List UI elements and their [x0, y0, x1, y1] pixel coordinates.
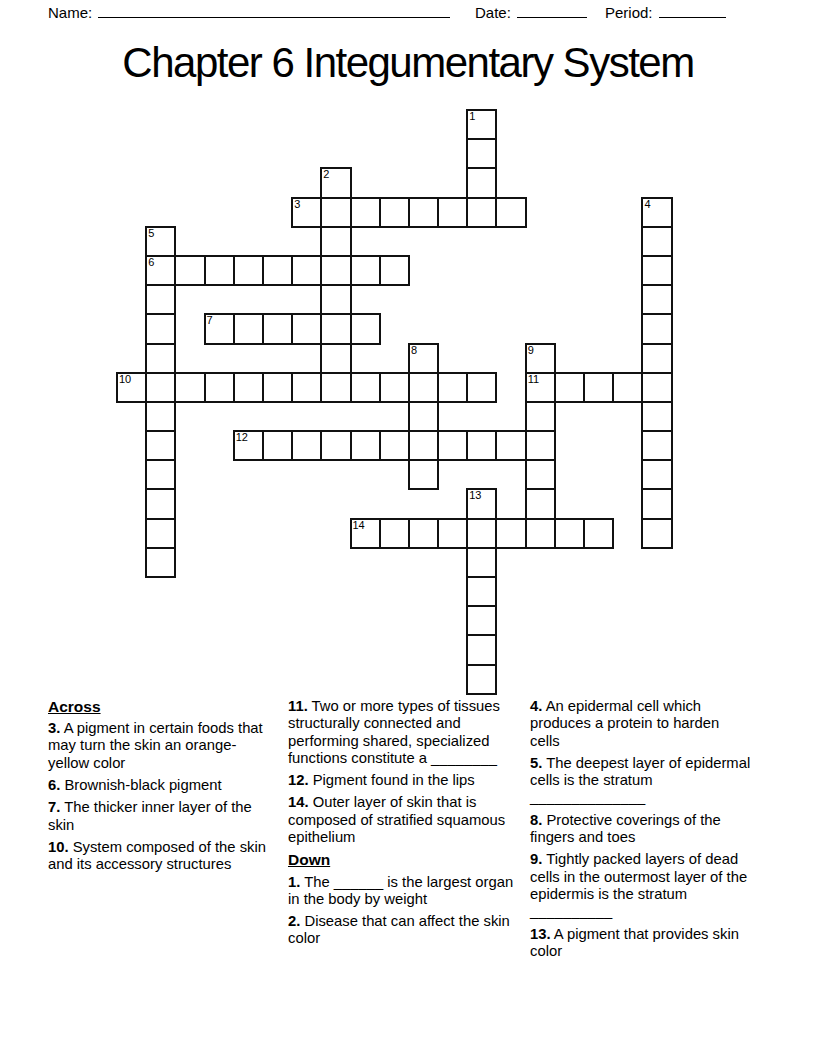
grid-blocked-cell [117, 227, 146, 256]
grid-blocked-cell [584, 344, 613, 373]
clue-number-label: 13. [530, 926, 551, 942]
grid-blocked-cell [205, 227, 234, 256]
grid-blocked-cell [380, 110, 409, 139]
grid-blocked-cell [292, 227, 321, 256]
grid-blocked-cell [205, 198, 234, 227]
grid-blocked-cell [263, 402, 292, 431]
grid-cell[interactable] [321, 344, 350, 373]
grid-cell[interactable] [321, 373, 350, 402]
grid-cell[interactable] [526, 519, 555, 548]
grid-blocked-cell [584, 665, 613, 694]
grid-blocked-cell [205, 139, 234, 168]
grid-blocked-cell [467, 402, 496, 431]
grid-blocked-cell [234, 548, 263, 577]
clue-number-label: 14. [288, 794, 309, 810]
grid-cell[interactable] [351, 256, 380, 285]
clue-down-2: 2. Disease that can affect the skin colo… [288, 913, 515, 948]
grid-cell[interactable] [351, 314, 380, 343]
clue-number-label: 10. [48, 839, 69, 855]
grid-blocked-cell [438, 665, 467, 694]
grid-blocked-cell [409, 665, 438, 694]
grid-blocked-cell [438, 344, 467, 373]
clue-number: 10 [119, 373, 131, 385]
grid-blocked-cell [438, 635, 467, 664]
grid-blocked-cell [526, 139, 555, 168]
clue-number-label: 5. [530, 755, 542, 771]
grid-blocked-cell [263, 577, 292, 606]
grid-cell[interactable]: 9 [526, 344, 555, 373]
grid-cell[interactable]: 7 [205, 314, 234, 343]
grid-blocked-cell [555, 431, 584, 460]
grid-blocked-cell [321, 635, 350, 664]
grid-blocked-cell [526, 168, 555, 197]
grid-blocked-cell [584, 635, 613, 664]
grid-blocked-cell [234, 489, 263, 518]
grid-blocked-cell [175, 548, 204, 577]
grid-blocked-cell [438, 489, 467, 518]
grid-blocked-cell [205, 431, 234, 460]
grid-blocked-cell [526, 285, 555, 314]
grid-cell[interactable] [555, 373, 584, 402]
grid-cell[interactable] [642, 519, 671, 548]
grid-blocked-cell [496, 373, 525, 402]
grid-blocked-cell [292, 110, 321, 139]
grid-cell[interactable] [496, 519, 525, 548]
grid-cell[interactable] [438, 198, 467, 227]
grid-cell[interactable] [409, 519, 438, 548]
clue-number: 14 [353, 519, 365, 531]
grid-cell[interactable]: 14 [351, 519, 380, 548]
grid-cell[interactable] [292, 373, 321, 402]
grid-blocked-cell [380, 577, 409, 606]
grid-blocked-cell [175, 198, 204, 227]
grid-blocked-cell [292, 519, 321, 548]
grid-blocked-cell [321, 489, 350, 518]
grid-blocked-cell [496, 314, 525, 343]
grid-cell[interactable] [321, 285, 350, 314]
grid-cell[interactable] [380, 373, 409, 402]
grid-blocked-cell [409, 139, 438, 168]
grid-blocked-cell [351, 227, 380, 256]
grid-cell[interactable] [321, 198, 350, 227]
grid-blocked-cell [496, 344, 525, 373]
grid-cell[interactable] [234, 256, 263, 285]
grid-cell[interactable] [642, 431, 671, 460]
grid-cell[interactable] [146, 402, 175, 431]
clue-number-label: 1. [288, 874, 300, 890]
grid-blocked-cell [205, 519, 234, 548]
grid-blocked-cell [584, 139, 613, 168]
grid-blocked-cell [263, 285, 292, 314]
grid-blocked-cell [234, 139, 263, 168]
grid-cell[interactable] [613, 373, 642, 402]
grid-blocked-cell [613, 635, 642, 664]
grid-cell[interactable] [642, 402, 671, 431]
grid-cell[interactable] [642, 489, 671, 518]
grid-blocked-cell [555, 402, 584, 431]
grid-blocked-cell [205, 577, 234, 606]
grid-blocked-cell [292, 168, 321, 197]
grid-cell[interactable] [146, 519, 175, 548]
grid-blocked-cell [263, 110, 292, 139]
clue-down-1: 1. The ______ is the largest organ in th… [288, 874, 515, 909]
grid-cell[interactable] [467, 577, 496, 606]
grid-blocked-cell [526, 314, 555, 343]
grid-blocked-cell [321, 577, 350, 606]
grid-blocked-cell [351, 139, 380, 168]
clue-number: 1 [469, 110, 475, 122]
grid-blocked-cell [613, 548, 642, 577]
grid-cell[interactable] [175, 256, 204, 285]
grid-blocked-cell [555, 227, 584, 256]
grid-cell[interactable] [496, 198, 525, 227]
clue-number: 12 [236, 431, 248, 443]
grid-blocked-cell [613, 139, 642, 168]
grid-blocked-cell [526, 256, 555, 285]
grid-blocked-cell [555, 314, 584, 343]
grid-blocked-cell [146, 110, 175, 139]
grid-blocked-cell [642, 606, 671, 635]
grid-cell[interactable]: 10 [117, 373, 146, 402]
grid-blocked-cell [526, 665, 555, 694]
grid-cell[interactable]: 3 [292, 198, 321, 227]
grid-blocked-cell [321, 665, 350, 694]
grid-cell[interactable] [351, 373, 380, 402]
clue-section-header-down: Down [288, 851, 515, 869]
clue-number-label: 2. [288, 913, 300, 929]
grid-blocked-cell [613, 665, 642, 694]
grid-cell[interactable] [351, 198, 380, 227]
grid-cell[interactable] [467, 519, 496, 548]
grid-blocked-cell [380, 285, 409, 314]
grid-cell[interactable]: 2 [321, 168, 350, 197]
grid-cell[interactable]: 4 [642, 198, 671, 227]
grid-blocked-cell [555, 665, 584, 694]
grid-cell[interactable] [380, 431, 409, 460]
grid-blocked-cell [642, 139, 671, 168]
grid-cell[interactable] [584, 373, 613, 402]
grid-cell[interactable] [526, 431, 555, 460]
grid-blocked-cell [526, 606, 555, 635]
grid-blocked-cell [351, 489, 380, 518]
grid-blocked-cell [351, 402, 380, 431]
grid-blocked-cell [175, 460, 204, 489]
grid-blocked-cell [263, 519, 292, 548]
grid-blocked-cell [613, 577, 642, 606]
clue-number: 9 [528, 344, 534, 356]
grid-cell[interactable] [642, 256, 671, 285]
grid-blocked-cell [146, 168, 175, 197]
grid-blocked-cell [467, 314, 496, 343]
grid-cell[interactable]: 8 [409, 344, 438, 373]
grid-blocked-cell [496, 227, 525, 256]
grid-cell[interactable] [263, 256, 292, 285]
grid-cell[interactable] [146, 344, 175, 373]
grid-blocked-cell [380, 227, 409, 256]
clue-number-label: 3. [48, 720, 60, 736]
grid-cell[interactable] [351, 431, 380, 460]
grid-cell[interactable] [263, 431, 292, 460]
grid-cell[interactable] [555, 519, 584, 548]
grid-blocked-cell [642, 548, 671, 577]
grid-blocked-cell [175, 314, 204, 343]
grid-cell[interactable] [409, 198, 438, 227]
grid-cell[interactable]: 11 [526, 373, 555, 402]
grid-blocked-cell [234, 577, 263, 606]
grid-blocked-cell [205, 168, 234, 197]
grid-blocked-cell [584, 460, 613, 489]
clue-across-10: 10. System composed of the skin and its … [48, 839, 273, 874]
grid-cell[interactable] [467, 606, 496, 635]
grid-blocked-cell [613, 168, 642, 197]
grid-cell[interactable] [467, 198, 496, 227]
grid-blocked-cell [438, 168, 467, 197]
grid-blocked-cell [380, 665, 409, 694]
clue-across-14: 14. Outer layer of skin that is composed… [288, 794, 515, 846]
grid-blocked-cell [380, 168, 409, 197]
grid-blocked-cell [555, 344, 584, 373]
clue-number: 2 [323, 168, 329, 180]
grid-cell[interactable] [642, 227, 671, 256]
grid-blocked-cell [438, 548, 467, 577]
grid-blocked-cell [205, 635, 234, 664]
grid-blocked-cell [584, 227, 613, 256]
grid-blocked-cell [467, 256, 496, 285]
grid-cell[interactable] [292, 314, 321, 343]
grid-blocked-cell [263, 606, 292, 635]
grid-blocked-cell [321, 460, 350, 489]
grid-blocked-cell [496, 606, 525, 635]
grid-blocked-cell [175, 344, 204, 373]
grid-blocked-cell [292, 139, 321, 168]
grid-cell[interactable] [321, 256, 350, 285]
grid-cell[interactable] [438, 519, 467, 548]
clue-across-11: 11. Two or more types of tissues structu… [288, 698, 515, 767]
grid-cell[interactable] [438, 373, 467, 402]
grid-blocked-cell [613, 402, 642, 431]
grid-cell[interactable] [146, 489, 175, 518]
grid-blocked-cell [205, 285, 234, 314]
grid-blocked-cell [292, 402, 321, 431]
grid-cell[interactable] [467, 665, 496, 694]
grid-cell[interactable] [380, 256, 409, 285]
grid-blocked-cell [526, 635, 555, 664]
grid-blocked-cell [584, 198, 613, 227]
grid-blocked-cell [146, 635, 175, 664]
grid-blocked-cell [409, 314, 438, 343]
clue-number: 5 [148, 227, 154, 239]
grid-blocked-cell [117, 314, 146, 343]
grid-blocked-cell [555, 256, 584, 285]
grid-cell[interactable] [205, 373, 234, 402]
grid-blocked-cell [409, 168, 438, 197]
grid-blocked-cell [584, 606, 613, 635]
grid-cell[interactable] [467, 635, 496, 664]
grid-blocked-cell [234, 460, 263, 489]
grid-cell[interactable] [526, 460, 555, 489]
grid-blocked-cell [613, 431, 642, 460]
clue-number: 8 [411, 344, 417, 356]
grid-blocked-cell [263, 460, 292, 489]
grid-blocked-cell [351, 285, 380, 314]
grid-cell[interactable] [146, 460, 175, 489]
grid-blocked-cell [263, 168, 292, 197]
grid-blocked-cell [380, 548, 409, 577]
grid-blocked-cell [409, 110, 438, 139]
grid-cell[interactable] [146, 548, 175, 577]
grid-blocked-cell [642, 168, 671, 197]
grid-blocked-cell [205, 489, 234, 518]
grid-cell[interactable] [467, 373, 496, 402]
grid-blocked-cell [146, 139, 175, 168]
grid-cell[interactable] [205, 256, 234, 285]
grid-blocked-cell [205, 548, 234, 577]
grid-blocked-cell [613, 110, 642, 139]
grid-cell[interactable]: 13 [467, 489, 496, 518]
period-blank-line[interactable] [659, 3, 726, 18]
grid-cell[interactable] [642, 285, 671, 314]
grid-cell[interactable] [496, 431, 525, 460]
grid-blocked-cell [175, 139, 204, 168]
grid-blocked-cell [117, 110, 146, 139]
grid-cell[interactable] [263, 314, 292, 343]
grid-blocked-cell [351, 460, 380, 489]
grid-blocked-cell [409, 256, 438, 285]
clue-column-1: Across3. A pigment in certain foods that… [48, 698, 273, 965]
grid-cell[interactable] [321, 227, 350, 256]
grid-cell[interactable] [409, 373, 438, 402]
clues-section: Across3. A pigment in certain foods that… [48, 698, 762, 965]
grid-blocked-cell [351, 577, 380, 606]
grid-cell[interactable] [146, 285, 175, 314]
grid-blocked-cell [613, 227, 642, 256]
grid-blocked-cell [584, 314, 613, 343]
grid-blocked-cell [613, 344, 642, 373]
clue-number-label: 9. [530, 851, 542, 867]
grid-blocked-cell [234, 402, 263, 431]
grid-blocked-cell [175, 227, 204, 256]
clue-down-8: 8. Protective coverings of the fingers a… [530, 812, 752, 847]
grid-blocked-cell [117, 198, 146, 227]
grid-blocked-cell [292, 635, 321, 664]
grid-cell[interactable] [642, 460, 671, 489]
grid-cell[interactable]: 5 [146, 227, 175, 256]
grid-blocked-cell [438, 227, 467, 256]
grid-blocked-cell [117, 402, 146, 431]
grid-cell[interactable] [292, 431, 321, 460]
grid-blocked-cell [234, 198, 263, 227]
grid-blocked-cell [409, 548, 438, 577]
grid-cell[interactable] [642, 314, 671, 343]
grid-cell[interactable] [292, 256, 321, 285]
clue-across-12: 12. Pigment found in the lips [288, 772, 515, 789]
grid-cell[interactable] [409, 402, 438, 431]
clue-number-label: 6. [48, 777, 60, 793]
grid-blocked-cell [351, 548, 380, 577]
grid-cell[interactable]: 12 [234, 431, 263, 460]
grid-cell[interactable] [380, 198, 409, 227]
grid-blocked-cell [409, 489, 438, 518]
grid-cell[interactable] [467, 431, 496, 460]
grid-blocked-cell [642, 665, 671, 694]
grid-blocked-cell [380, 635, 409, 664]
grid-blocked-cell [175, 519, 204, 548]
grid-cell[interactable] [526, 402, 555, 431]
grid-cell[interactable] [438, 431, 467, 460]
grid-blocked-cell [321, 606, 350, 635]
grid-blocked-cell [613, 489, 642, 518]
grid-blocked-cell [555, 168, 584, 197]
grid-cell[interactable] [467, 139, 496, 168]
grid-blocked-cell [175, 168, 204, 197]
grid-cell[interactable] [146, 431, 175, 460]
grid-blocked-cell [584, 168, 613, 197]
grid-blocked-cell [613, 519, 642, 548]
grid-blocked-cell [555, 285, 584, 314]
grid-cell[interactable] [146, 373, 175, 402]
clue-number: 4 [644, 198, 650, 210]
name-blank-line[interactable] [98, 3, 450, 18]
grid-blocked-cell [496, 285, 525, 314]
grid-blocked-cell [555, 577, 584, 606]
grid-blocked-cell [496, 139, 525, 168]
grid-cell[interactable] [584, 519, 613, 548]
grid-blocked-cell [263, 344, 292, 373]
grid-cell[interactable]: 6 [146, 256, 175, 285]
clue-number: 3 [294, 198, 300, 210]
date-blank-line[interactable] [517, 3, 587, 18]
grid-cell[interactable] [263, 373, 292, 402]
clue-number-label: 11. [288, 698, 308, 714]
grid-cell[interactable] [321, 314, 350, 343]
grid-blocked-cell [438, 606, 467, 635]
grid-blocked-cell [496, 402, 525, 431]
grid-cell[interactable] [467, 168, 496, 197]
grid-cell[interactable] [234, 314, 263, 343]
grid-cell[interactable] [642, 373, 671, 402]
crossword-grid: 1234567891011121314 [117, 110, 672, 694]
clue-across-7: 7. The thicker inner layer of the skin [48, 799, 273, 834]
grid-blocked-cell [496, 168, 525, 197]
clue-down-9: 9. Tightly packed layers of dead cells i… [530, 851, 752, 920]
grid-cell[interactable] [409, 431, 438, 460]
grid-cell[interactable] [321, 431, 350, 460]
grid-blocked-cell [234, 344, 263, 373]
grid-cell[interactable] [175, 373, 204, 402]
grid-cell[interactable] [234, 373, 263, 402]
grid-blocked-cell [117, 577, 146, 606]
grid-blocked-cell [438, 110, 467, 139]
grid-cell[interactable] [642, 344, 671, 373]
grid-blocked-cell [351, 635, 380, 664]
grid-blocked-cell [175, 489, 204, 518]
grid-blocked-cell [526, 198, 555, 227]
grid-blocked-cell [613, 198, 642, 227]
grid-blocked-cell [263, 665, 292, 694]
grid-cell[interactable]: 1 [467, 110, 496, 139]
grid-cell[interactable] [146, 314, 175, 343]
clue-across-3: 3. A pigment in certain foods that may t… [48, 720, 273, 772]
grid-blocked-cell [409, 635, 438, 664]
grid-cell[interactable] [467, 548, 496, 577]
grid-cell[interactable] [409, 460, 438, 489]
grid-blocked-cell [234, 285, 263, 314]
grid-blocked-cell [584, 285, 613, 314]
grid-blocked-cell [263, 548, 292, 577]
grid-cell[interactable] [526, 489, 555, 518]
grid-cell[interactable] [380, 519, 409, 548]
grid-blocked-cell [467, 227, 496, 256]
